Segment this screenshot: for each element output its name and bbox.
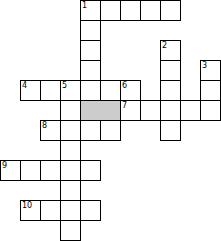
crossword-cell-r4c5[interactable] [100,80,121,101]
crossword-cell-r4c2[interactable] [40,80,61,101]
crossword-cell-r5c9[interactable] [180,100,201,121]
crossword-grid: 12345678910 [0,0,221,241]
crossword-cell-r0c5[interactable] [100,0,121,21]
crossword-cell-r0c7[interactable] [140,0,161,21]
crossword-cell-r3c10[interactable] [200,60,221,81]
crossword-cell-r7c3[interactable] [60,140,81,161]
crossword-cell-r8c1[interactable] [20,160,41,181]
crossword-cell-r6c5[interactable] [100,120,121,141]
crossword-worksheet: 12345678910 [0,0,221,241]
crossword-cell-r2c4[interactable] [80,40,101,61]
crossword-cell-r0c6[interactable] [120,0,141,21]
crossword-cell-r5c8[interactable] [160,100,181,121]
crossword-cell-r4c6[interactable] [120,80,141,101]
crossword-cell-r9c3[interactable] [60,180,81,201]
crossword-cell-r11c3[interactable] [60,220,81,241]
crossword-cell-r5c7[interactable] [140,100,161,121]
crossword-cell-r0c8[interactable] [160,0,181,21]
crossword-cell-r4c1[interactable] [20,80,41,101]
crossword-cell-r6c3[interactable] [60,120,81,141]
crossword-cell-r6c8[interactable] [160,120,181,141]
crossword-cell-r2c8[interactable] [160,40,181,61]
crossword-cell-r10c4[interactable] [80,200,101,221]
crossword-cell-r6c2[interactable] [40,120,61,141]
crossword-cell-r4c3[interactable] [60,80,81,101]
crossword-cell-r10c2[interactable] [40,200,61,221]
crossword-cell-r4c8[interactable] [160,80,181,101]
crossword-cell-r0c4[interactable] [80,0,101,21]
crossword-cell-r5c6[interactable] [120,100,141,121]
crossword-cell-r4c10[interactable] [200,80,221,101]
crossword-cell-r8c3[interactable] [60,160,81,181]
crossword-cell-r1c4[interactable] [80,20,101,41]
crossword-cell-r3c4[interactable] [80,60,101,81]
shaded-block [80,100,121,121]
crossword-cell-r3c8[interactable] [160,60,181,81]
crossword-cell-r8c2[interactable] [40,160,61,181]
crossword-cell-r8c0[interactable] [0,160,21,181]
crossword-cell-r5c10[interactable] [200,100,221,121]
crossword-cell-r10c1[interactable] [20,200,41,221]
crossword-cell-r4c4[interactable] [80,80,101,101]
crossword-cell-r5c3[interactable] [60,100,81,121]
crossword-cell-r6c4[interactable] [80,120,101,141]
crossword-cell-r10c3[interactable] [60,200,81,221]
crossword-cell-r8c4[interactable] [80,160,101,181]
